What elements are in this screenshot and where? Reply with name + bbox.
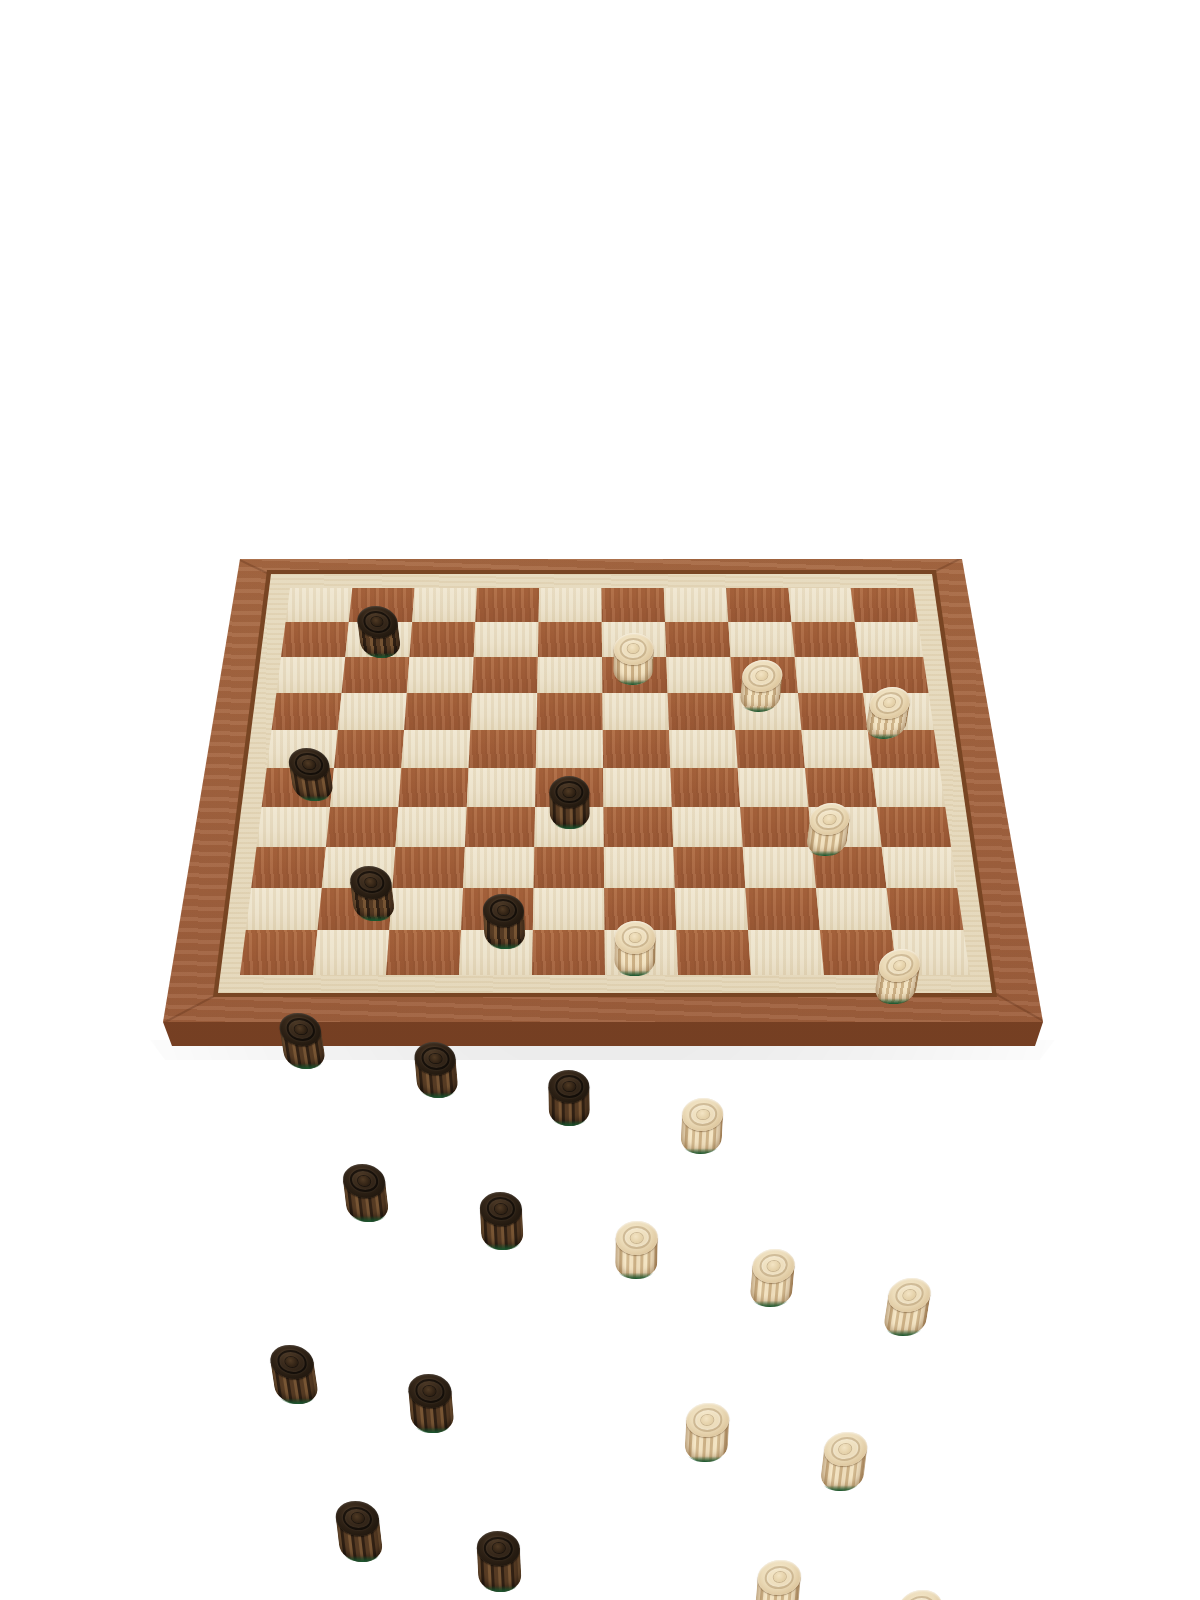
piece-shadow bbox=[0, 1032, 56, 1062]
piece-shadow bbox=[0, 81, 49, 108]
piece-shadow bbox=[0, 300, 52, 328]
felt-base bbox=[286, 1058, 327, 1070]
piece-shadow bbox=[0, 54, 49, 81]
felt-base bbox=[341, 1549, 383, 1562]
piece-shadow bbox=[0, 585, 53, 614]
felt-base bbox=[276, 1392, 318, 1405]
felt-base bbox=[617, 1266, 657, 1278]
piece-shadow bbox=[0, 643, 53, 672]
piece-top-face bbox=[479, 1192, 523, 1226]
piece-shadow bbox=[0, 790, 55, 820]
piece-top-face bbox=[616, 1221, 659, 1255]
piece-shadow bbox=[0, 27, 49, 54]
piece-shadow bbox=[0, 614, 53, 643]
center-boss bbox=[429, 1053, 441, 1062]
piece-shadow bbox=[0, 217, 51, 245]
piece-shadow bbox=[0, 971, 56, 1001]
center-boss bbox=[303, 760, 316, 769]
piece-shadow bbox=[0, 702, 54, 732]
piece-shadow bbox=[0, 910, 55, 940]
piece-shadow bbox=[0, 940, 56, 970]
piece-shadow bbox=[0, 1124, 57, 1155]
piece-shadow bbox=[0, 880, 55, 910]
piece-top-face bbox=[476, 1531, 521, 1566]
piece-shadow bbox=[0, 527, 53, 556]
piece-shadow bbox=[0, 328, 52, 356]
piece-top-face bbox=[548, 1070, 590, 1103]
checkers-board-photo bbox=[0, 0, 1200, 1600]
felt-base bbox=[418, 1086, 458, 1098]
center-boss bbox=[497, 905, 509, 914]
piece-shadow bbox=[0, 385, 52, 413]
felt-base bbox=[682, 1142, 722, 1154]
piece-shadow bbox=[0, 162, 50, 189]
felt-base bbox=[479, 1578, 520, 1591]
piece-shadow bbox=[0, 357, 52, 385]
turned-ring bbox=[904, 1595, 937, 1600]
felt-base bbox=[355, 909, 395, 920]
piece-shadow bbox=[0, 245, 51, 273]
piece-shadow bbox=[0, 273, 51, 301]
piece-shadow bbox=[0, 470, 53, 499]
center-boss bbox=[564, 787, 575, 796]
piece-shadow bbox=[0, 556, 53, 585]
piece-shadow bbox=[0, 0, 49, 27]
center-boss bbox=[823, 814, 835, 823]
piece-shadow bbox=[0, 441, 53, 470]
felt-base bbox=[685, 1450, 726, 1463]
felt-base bbox=[750, 1295, 791, 1307]
felt-base bbox=[874, 992, 914, 1003]
felt-base bbox=[485, 937, 524, 948]
felt-base bbox=[348, 1209, 389, 1221]
center-boss bbox=[492, 1543, 505, 1553]
piece-shadow bbox=[0, 820, 55, 850]
piece-shadow bbox=[0, 1001, 56, 1031]
center-boss bbox=[563, 1082, 575, 1091]
felt-base bbox=[740, 701, 778, 712]
center-boss bbox=[631, 1233, 643, 1242]
felt-base bbox=[551, 818, 589, 829]
felt-base bbox=[550, 1114, 589, 1126]
felt-base bbox=[615, 964, 654, 975]
felt-base bbox=[413, 1421, 454, 1434]
felt-base bbox=[884, 1323, 925, 1335]
piece-shadow bbox=[0, 672, 54, 702]
felt-base bbox=[482, 1238, 522, 1250]
felt-base bbox=[806, 845, 845, 856]
piece-shadow bbox=[0, 731, 54, 761]
piece-shadow bbox=[0, 1062, 57, 1093]
pieces-layer bbox=[0, 0, 1200, 1600]
center-boss bbox=[495, 1204, 507, 1213]
piece-shadow bbox=[0, 108, 50, 135]
piece-shadow bbox=[0, 761, 54, 791]
piece-shadow bbox=[0, 850, 55, 880]
piece-top-face bbox=[549, 776, 590, 808]
piece-shadow bbox=[0, 413, 53, 442]
felt-base bbox=[821, 1479, 863, 1492]
felt-base bbox=[295, 790, 335, 801]
felt-base bbox=[866, 728, 905, 739]
piece-shadow bbox=[0, 499, 53, 528]
piece-shadow bbox=[0, 135, 50, 162]
felt-base bbox=[362, 647, 401, 658]
felt-base bbox=[614, 674, 651, 685]
piece-top-face bbox=[482, 894, 524, 927]
piece-top-face bbox=[896, 1590, 945, 1600]
piece-shadow bbox=[0, 189, 51, 217]
piece-shadow bbox=[0, 1093, 57, 1124]
piece-top-face bbox=[614, 633, 654, 665]
